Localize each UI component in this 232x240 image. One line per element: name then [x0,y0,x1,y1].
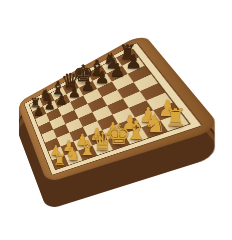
chess-set-photo: ♜♞♝♛♚♝♞♜♟♟♟♟♟♟♟♟♟♟♟♟♟♟♟♟♜♞♝♛♚♝♞♜ [0,0,232,240]
